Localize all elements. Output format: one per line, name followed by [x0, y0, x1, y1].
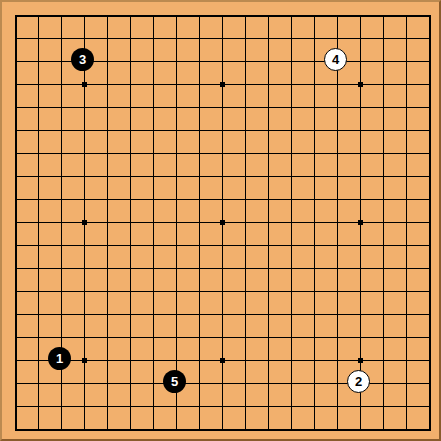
stone-black-5: 5	[163, 370, 186, 393]
stone-black-3: 3	[71, 48, 94, 71]
stone-white-2: 2	[347, 370, 370, 393]
go-board: 12345	[0, 0, 441, 441]
star-point	[220, 82, 225, 87]
star-point	[358, 82, 363, 87]
star-point	[220, 220, 225, 225]
star-point	[220, 358, 225, 363]
star-point	[82, 82, 87, 87]
star-point	[82, 358, 87, 363]
stone-white-4: 4	[324, 48, 347, 71]
go-diagram: 12345	[0, 0, 441, 441]
star-point	[358, 220, 363, 225]
grid-lines	[2, 2, 439, 439]
star-point	[358, 358, 363, 363]
stone-black-1: 1	[48, 347, 71, 370]
star-point	[82, 220, 87, 225]
